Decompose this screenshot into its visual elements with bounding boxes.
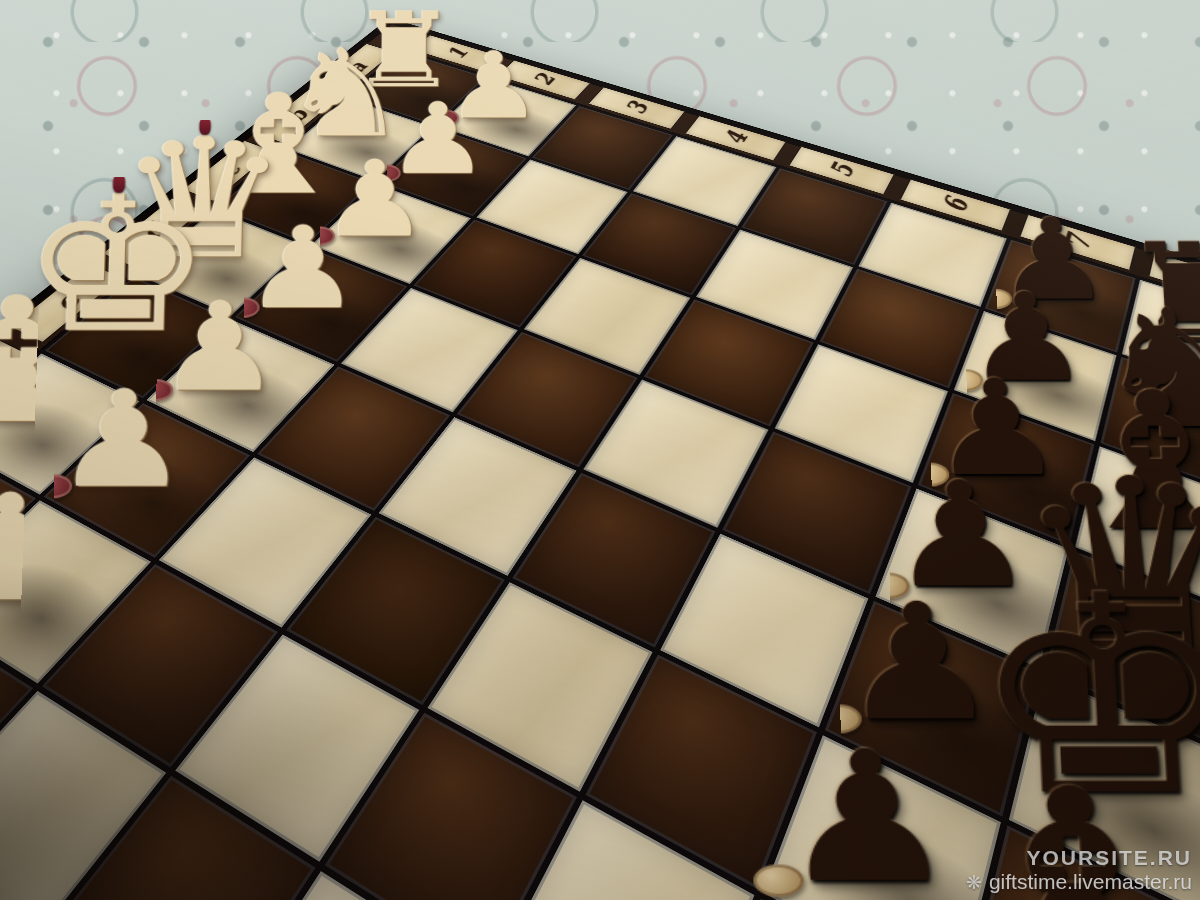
square-f8[interactable]: ♝ [960,821,1200,900]
piece-glyph: ♟ [0,478,85,618]
chess-board: 12345678 12345678 abcdefgh abcdefgh ♜♟♟♜… [0,19,1200,900]
red-finial [199,117,211,135]
coordinate-label: 6 [935,194,975,216]
board-grid: ♜♟♟♜♞♟♟♞♝♟♟♝♛♟♟♛♚♟♟♚♝♟♟♝♞♟♟♞♜♟♟♜ [0,51,1200,900]
piece-white-pawn[interactable]: ♟ [0,478,85,618]
piece-glyph: ♝ [940,763,1200,900]
coordinate-label: 4 [717,128,754,147]
coordinate-label: 3 [618,99,654,117]
scene: 12345678 12345678 abcdefgh abcdefgh ♜♟♟♜… [0,0,1200,900]
piece-black-pawn[interactable]: ♟ [777,731,959,900]
piece-glyph: ♟ [777,731,959,900]
red-finial [113,173,126,192]
coordinate-label: 5 [822,160,861,180]
piece-black-bishop[interactable]: ♝ [940,763,1200,900]
